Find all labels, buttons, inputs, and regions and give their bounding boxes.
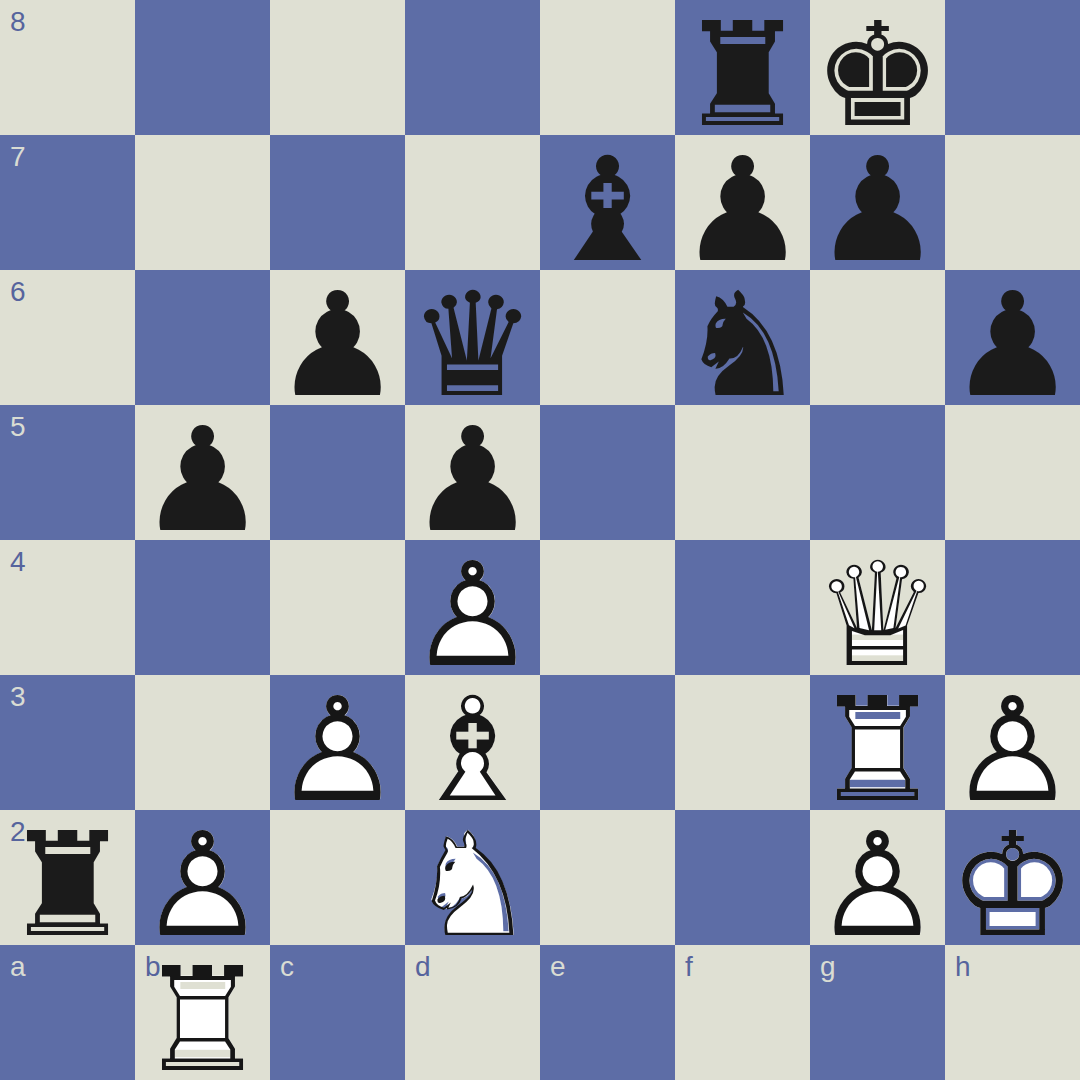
piece-black-queen[interactable]: ♛ — [405, 270, 540, 405]
square-e3[interactable] — [540, 675, 675, 810]
file-label-f: f — [685, 953, 693, 981]
square-c7[interactable] — [270, 135, 405, 270]
rank-label-5: 5 — [10, 413, 26, 441]
rank-label-6: 6 — [10, 278, 26, 306]
square-c6[interactable]: ♟ — [270, 270, 405, 405]
square-g7[interactable]: ♟ — [810, 135, 945, 270]
square-c8[interactable] — [270, 0, 405, 135]
square-b8[interactable] — [135, 0, 270, 135]
piece-black-knight[interactable]: ♞ — [675, 270, 810, 405]
square-d7[interactable] — [405, 135, 540, 270]
rank-label-8: 8 — [10, 8, 26, 36]
piece-black-pawn[interactable]: ♟ — [675, 135, 810, 270]
piece-black-pawn[interactable]: ♟ — [945, 270, 1080, 405]
piece-white-king[interactable]: ♚♔ — [945, 810, 1080, 945]
piece-black-pawn[interactable]: ♟ — [270, 270, 405, 405]
square-f7[interactable]: ♟ — [675, 135, 810, 270]
square-c1[interactable]: c — [270, 945, 405, 1080]
rank-label-4: 4 — [10, 548, 26, 576]
square-b1[interactable]: b♜♖ — [135, 945, 270, 1080]
square-h3[interactable]: ♟♙ — [945, 675, 1080, 810]
piece-black-king[interactable]: ♚ — [810, 0, 945, 135]
square-h6[interactable]: ♟ — [945, 270, 1080, 405]
square-d6[interactable]: ♛ — [405, 270, 540, 405]
piece-white-knight[interactable]: ♞♘ — [405, 810, 540, 945]
square-h4[interactable] — [945, 540, 1080, 675]
piece-black-rook[interactable]: ♜ — [675, 0, 810, 135]
square-e2[interactable] — [540, 810, 675, 945]
piece-white-pawn[interactable]: ♟♙ — [270, 675, 405, 810]
chess-board: 8♜♚7♝♟♟6♟♛♞♟5♟♟4♟♙♛♕3♟♙♝♗♜♖♟♙2♜♟♙♞♘♟♙♚♔a… — [0, 0, 1080, 1080]
square-d3[interactable]: ♝♗ — [405, 675, 540, 810]
file-label-e: e — [550, 953, 566, 981]
square-a6[interactable]: 6 — [0, 270, 135, 405]
square-h7[interactable] — [945, 135, 1080, 270]
square-d8[interactable] — [405, 0, 540, 135]
square-e7[interactable]: ♝ — [540, 135, 675, 270]
piece-white-bishop[interactable]: ♝♗ — [405, 675, 540, 810]
piece-black-pawn[interactable]: ♟ — [405, 405, 540, 540]
piece-white-rook[interactable]: ♜♖ — [135, 945, 270, 1080]
square-g2[interactable]: ♟♙ — [810, 810, 945, 945]
square-e5[interactable] — [540, 405, 675, 540]
square-h2[interactable]: ♚♔ — [945, 810, 1080, 945]
piece-black-pawn[interactable]: ♟ — [135, 405, 270, 540]
piece-black-pawn[interactable]: ♟ — [810, 135, 945, 270]
square-g5[interactable] — [810, 405, 945, 540]
piece-white-pawn[interactable]: ♟♙ — [405, 540, 540, 675]
square-f3[interactable] — [675, 675, 810, 810]
square-c4[interactable] — [270, 540, 405, 675]
square-b6[interactable] — [135, 270, 270, 405]
square-f1[interactable]: f — [675, 945, 810, 1080]
piece-white-rook[interactable]: ♜♖ — [810, 675, 945, 810]
square-g8[interactable]: ♚ — [810, 0, 945, 135]
square-a8[interactable]: 8 — [0, 0, 135, 135]
square-e1[interactable]: e — [540, 945, 675, 1080]
square-h8[interactable] — [945, 0, 1080, 135]
piece-black-rook[interactable]: ♜ — [0, 810, 135, 945]
square-a2[interactable]: 2♜ — [0, 810, 135, 945]
square-e4[interactable] — [540, 540, 675, 675]
square-f4[interactable] — [675, 540, 810, 675]
piece-white-pawn[interactable]: ♟♙ — [945, 675, 1080, 810]
piece-white-queen[interactable]: ♛♕ — [810, 540, 945, 675]
piece-black-bishop[interactable]: ♝ — [540, 135, 675, 270]
square-d2[interactable]: ♞♘ — [405, 810, 540, 945]
square-g4[interactable]: ♛♕ — [810, 540, 945, 675]
square-d5[interactable]: ♟ — [405, 405, 540, 540]
square-b5[interactable]: ♟ — [135, 405, 270, 540]
square-g3[interactable]: ♜♖ — [810, 675, 945, 810]
square-a3[interactable]: 3 — [0, 675, 135, 810]
square-a4[interactable]: 4 — [0, 540, 135, 675]
square-c3[interactable]: ♟♙ — [270, 675, 405, 810]
square-d4[interactable]: ♟♙ — [405, 540, 540, 675]
square-b7[interactable] — [135, 135, 270, 270]
square-b3[interactable] — [135, 675, 270, 810]
square-b2[interactable]: ♟♙ — [135, 810, 270, 945]
square-e8[interactable] — [540, 0, 675, 135]
square-f8[interactable]: ♜ — [675, 0, 810, 135]
piece-white-pawn[interactable]: ♟♙ — [810, 810, 945, 945]
square-f6[interactable]: ♞ — [675, 270, 810, 405]
rank-label-7: 7 — [10, 143, 26, 171]
square-f2[interactable] — [675, 810, 810, 945]
piece-white-pawn[interactable]: ♟♙ — [135, 810, 270, 945]
file-label-c: c — [280, 953, 294, 981]
square-a7[interactable]: 7 — [0, 135, 135, 270]
rank-label-3: 3 — [10, 683, 26, 711]
square-a5[interactable]: 5 — [0, 405, 135, 540]
